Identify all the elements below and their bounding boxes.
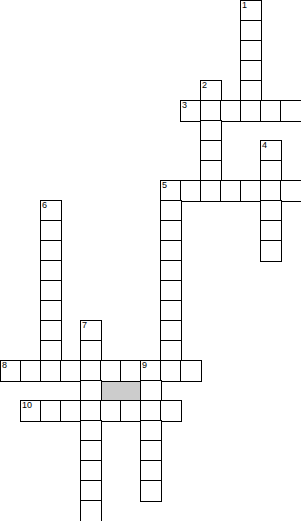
cell[interactable]: [140, 420, 162, 442]
cell[interactable]: [100, 400, 122, 422]
cell[interactable]: [40, 240, 62, 262]
cell[interactable]: [160, 280, 182, 302]
cell[interactable]: [140, 400, 162, 422]
cell[interactable]: [40, 300, 62, 322]
cell[interactable]: [240, 180, 262, 202]
cell[interactable]: 8: [0, 360, 22, 382]
cell[interactable]: 10: [20, 400, 42, 422]
cell[interactable]: [280, 100, 301, 122]
crossword-board: 12345678910: [0, 0, 301, 521]
cell[interactable]: [80, 400, 102, 422]
cell[interactable]: [140, 480, 162, 502]
cell[interactable]: [80, 380, 102, 402]
clue-number: 6: [42, 201, 47, 210]
cell[interactable]: [60, 400, 82, 422]
cell[interactable]: [40, 320, 62, 342]
clue-number: 7: [82, 321, 87, 330]
cell[interactable]: [260, 160, 282, 182]
cell[interactable]: [160, 240, 182, 262]
cell[interactable]: [40, 260, 62, 282]
cell[interactable]: [160, 300, 182, 322]
cell[interactable]: [160, 260, 182, 282]
cell[interactable]: [80, 360, 102, 382]
cell[interactable]: [200, 100, 222, 122]
cell[interactable]: 4: [260, 140, 282, 162]
cell[interactable]: [260, 240, 282, 262]
cell[interactable]: [80, 420, 102, 442]
cell[interactable]: 7: [80, 320, 102, 342]
cell[interactable]: [200, 180, 222, 202]
cell[interactable]: [80, 480, 102, 502]
cell[interactable]: 6: [40, 200, 62, 222]
clue-number: 3: [182, 101, 187, 110]
cell[interactable]: [40, 280, 62, 302]
cell[interactable]: [80, 340, 102, 362]
cell[interactable]: [160, 220, 182, 242]
cell[interactable]: [160, 320, 182, 342]
cell[interactable]: [100, 360, 122, 382]
cell[interactable]: [140, 460, 162, 482]
cell[interactable]: [120, 400, 142, 422]
cell[interactable]: [80, 500, 102, 521]
cell[interactable]: [180, 180, 202, 202]
cell[interactable]: [260, 100, 282, 122]
clue-number: 8: [2, 361, 7, 370]
cell[interactable]: [40, 220, 62, 242]
cell[interactable]: [200, 120, 222, 142]
cell[interactable]: [60, 360, 82, 382]
cell[interactable]: [200, 160, 222, 182]
clue-number: 4: [262, 141, 267, 150]
cell[interactable]: [160, 340, 182, 362]
cell[interactable]: [120, 360, 142, 382]
cell[interactable]: [40, 340, 62, 362]
cell[interactable]: 1: [240, 0, 262, 22]
clue-number: 1: [242, 1, 247, 10]
cell[interactable]: 5: [160, 180, 182, 202]
cell[interactable]: [260, 200, 282, 222]
cell[interactable]: [140, 440, 162, 462]
shaded-block: [100, 380, 142, 402]
cell[interactable]: [140, 380, 162, 402]
crossword-puzzle: 12345678910: [0, 0, 301, 521]
cell[interactable]: [260, 180, 282, 202]
cell[interactable]: [20, 360, 42, 382]
cell[interactable]: [80, 460, 102, 482]
cell[interactable]: [260, 220, 282, 242]
cell[interactable]: [240, 80, 262, 102]
cell[interactable]: [40, 400, 62, 422]
cell[interactable]: [180, 360, 202, 382]
cell[interactable]: [240, 100, 262, 122]
cell[interactable]: [160, 360, 182, 382]
cell[interactable]: [240, 20, 262, 42]
cell[interactable]: 2: [200, 80, 222, 102]
clue-number: 5: [162, 181, 167, 190]
cell[interactable]: 3: [180, 100, 202, 122]
cell[interactable]: [40, 360, 62, 382]
clue-number: 10: [22, 401, 32, 410]
cell[interactable]: [240, 40, 262, 62]
clue-number: 2: [202, 81, 207, 90]
cell[interactable]: [160, 400, 182, 422]
cell[interactable]: [80, 440, 102, 462]
cell[interactable]: [220, 100, 242, 122]
cell[interactable]: [220, 180, 242, 202]
cell[interactable]: [200, 140, 222, 162]
cell[interactable]: [240, 60, 262, 82]
clue-number: 9: [142, 361, 147, 370]
cell[interactable]: [160, 200, 182, 222]
cell[interactable]: 9: [140, 360, 162, 382]
cell[interactable]: [280, 180, 301, 202]
